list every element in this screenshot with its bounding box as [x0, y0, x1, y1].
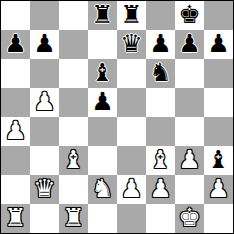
piece-black-pawn: ♟	[178, 31, 200, 56]
square-c6[interactable]	[59, 59, 88, 88]
square-g1[interactable]: ♚	[175, 204, 204, 233]
square-g4[interactable]	[175, 117, 204, 146]
square-b5[interactable]: ♟	[30, 88, 59, 117]
piece-black-pawn: ♟	[207, 31, 229, 56]
piece-black-bishop: ♝	[91, 60, 113, 85]
piece-white-knight: ♞	[91, 176, 113, 201]
square-a3[interactable]	[1, 146, 30, 175]
square-b1[interactable]	[30, 204, 59, 233]
square-e1[interactable]	[117, 204, 146, 233]
square-b2[interactable]: ♛	[30, 175, 59, 204]
square-g6[interactable]	[175, 59, 204, 88]
piece-white-rook: ♜	[4, 205, 26, 230]
piece-white-rook: ♜	[62, 205, 84, 230]
square-d4[interactable]	[88, 117, 117, 146]
piece-white-pawn: ♟	[33, 89, 55, 114]
square-g2[interactable]	[175, 175, 204, 204]
piece-white-bishop: ♝	[62, 147, 84, 172]
square-c7[interactable]	[59, 30, 88, 59]
square-a2[interactable]	[1, 175, 30, 204]
square-g5[interactable]	[175, 88, 204, 117]
piece-black-pawn: ♟	[149, 31, 171, 56]
square-c2[interactable]	[59, 175, 88, 204]
square-d5[interactable]: ♟	[88, 88, 117, 117]
square-c3[interactable]: ♝	[59, 146, 88, 175]
square-h8[interactable]	[204, 1, 233, 30]
square-h3[interactable]: ♝	[204, 146, 233, 175]
chess-board: ♜♜♚♟♟♛♟♟♟♝♞♟♟♟♝♝♟♝♛♞♟♟♟♜♜♚	[0, 0, 234, 234]
square-a6[interactable]	[1, 59, 30, 88]
square-a4[interactable]: ♟	[1, 117, 30, 146]
piece-white-pawn: ♟	[207, 176, 229, 201]
square-e8[interactable]: ♜	[117, 1, 146, 30]
square-a7[interactable]: ♟	[1, 30, 30, 59]
square-b4[interactable]	[30, 117, 59, 146]
piece-black-bishop: ♝	[207, 147, 229, 172]
square-c1[interactable]: ♜	[59, 204, 88, 233]
square-b6[interactable]	[30, 59, 59, 88]
piece-white-pawn: ♟	[120, 176, 142, 201]
square-f7[interactable]: ♟	[146, 30, 175, 59]
square-h4[interactable]	[204, 117, 233, 146]
square-f3[interactable]: ♝	[146, 146, 175, 175]
square-c4[interactable]	[59, 117, 88, 146]
square-c5[interactable]	[59, 88, 88, 117]
square-f5[interactable]	[146, 88, 175, 117]
piece-black-king: ♚	[178, 2, 200, 27]
square-g3[interactable]: ♟	[175, 146, 204, 175]
piece-black-queen: ♛	[120, 31, 142, 56]
piece-white-king: ♚	[178, 205, 200, 230]
square-e3[interactable]	[117, 146, 146, 175]
square-e6[interactable]	[117, 59, 146, 88]
square-f6[interactable]: ♞	[146, 59, 175, 88]
piece-white-pawn: ♟	[178, 147, 200, 172]
square-c8[interactable]	[59, 1, 88, 30]
square-d3[interactable]	[88, 146, 117, 175]
square-a1[interactable]: ♜	[1, 204, 30, 233]
square-d7[interactable]	[88, 30, 117, 59]
piece-white-queen: ♛	[33, 176, 55, 201]
piece-black-knight: ♞	[149, 60, 171, 85]
square-h7[interactable]: ♟	[204, 30, 233, 59]
square-a8[interactable]	[1, 1, 30, 30]
piece-black-rook: ♜	[91, 2, 113, 27]
square-b8[interactable]	[30, 1, 59, 30]
square-e4[interactable]	[117, 117, 146, 146]
piece-white-bishop: ♝	[149, 147, 171, 172]
square-h5[interactable]	[204, 88, 233, 117]
square-e2[interactable]: ♟	[117, 175, 146, 204]
square-d2[interactable]: ♞	[88, 175, 117, 204]
square-g7[interactable]: ♟	[175, 30, 204, 59]
piece-white-pawn: ♟	[149, 176, 171, 201]
square-f4[interactable]	[146, 117, 175, 146]
square-a5[interactable]	[1, 88, 30, 117]
square-f1[interactable]	[146, 204, 175, 233]
piece-black-rook: ♜	[120, 2, 142, 27]
square-h2[interactable]: ♟	[204, 175, 233, 204]
square-d8[interactable]: ♜	[88, 1, 117, 30]
square-d1[interactable]	[88, 204, 117, 233]
square-h1[interactable]	[204, 204, 233, 233]
square-b7[interactable]: ♟	[30, 30, 59, 59]
square-e7[interactable]: ♛	[117, 30, 146, 59]
square-f2[interactable]: ♟	[146, 175, 175, 204]
square-d6[interactable]: ♝	[88, 59, 117, 88]
square-b3[interactable]	[30, 146, 59, 175]
piece-black-pawn: ♟	[4, 31, 26, 56]
piece-white-pawn: ♟	[4, 118, 26, 143]
square-g8[interactable]: ♚	[175, 1, 204, 30]
square-e5[interactable]	[117, 88, 146, 117]
square-f8[interactable]	[146, 1, 175, 30]
square-h6[interactable]	[204, 59, 233, 88]
piece-black-pawn: ♟	[91, 89, 113, 114]
piece-black-pawn: ♟	[33, 31, 55, 56]
